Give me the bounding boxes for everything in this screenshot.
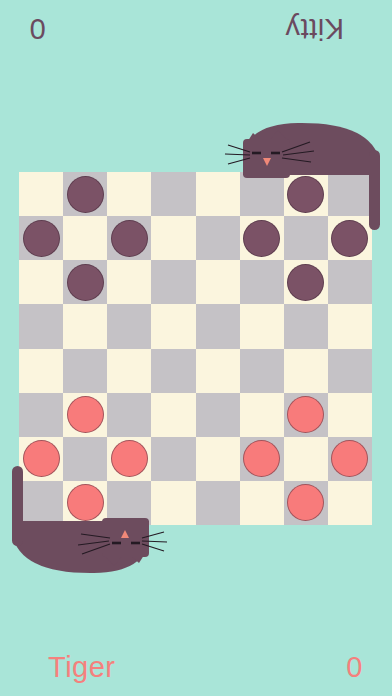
sleeping-cat-bottom — [2, 464, 172, 576]
board-square[interactable] — [107, 172, 151, 216]
board-square[interactable] — [151, 216, 195, 260]
board-square[interactable] — [284, 437, 328, 481]
tiger-piece[interactable] — [243, 440, 280, 477]
board-square[interactable] — [196, 260, 240, 304]
kitty-name: Kitty — [285, 13, 344, 46]
tiger-score: 0 — [346, 651, 363, 684]
board-square[interactable] — [151, 172, 195, 216]
board-square[interactable] — [107, 393, 151, 437]
board-square[interactable] — [151, 260, 195, 304]
tiger-piece[interactable] — [331, 440, 368, 477]
board-square[interactable] — [63, 216, 107, 260]
kitty-piece[interactable] — [23, 220, 60, 257]
board-square[interactable] — [19, 393, 63, 437]
board-square[interactable] — [328, 260, 372, 304]
cat-tail — [369, 150, 380, 230]
board-square[interactable] — [240, 349, 284, 393]
board-square[interactable] — [19, 172, 63, 216]
cat-icon — [2, 464, 172, 576]
board-square[interactable] — [63, 260, 107, 304]
board-square[interactable] — [107, 304, 151, 348]
tiger-piece[interactable] — [287, 396, 324, 433]
board-square[interactable] — [196, 304, 240, 348]
bottom-score-bar: Tiger 0 — [0, 649, 392, 685]
board-square[interactable] — [63, 349, 107, 393]
board-square[interactable] — [19, 304, 63, 348]
board-square[interactable] — [328, 437, 372, 481]
board-square[interactable] — [19, 260, 63, 304]
board-square[interactable] — [284, 304, 328, 348]
kitty-piece[interactable] — [111, 220, 148, 257]
kitty-piece[interactable] — [67, 176, 104, 213]
board-square[interactable] — [328, 393, 372, 437]
board-square[interactable] — [196, 393, 240, 437]
board-square[interactable] — [107, 260, 151, 304]
board-square[interactable] — [63, 304, 107, 348]
kitty-piece[interactable] — [67, 264, 104, 301]
board-square[interactable] — [328, 349, 372, 393]
board-square[interactable] — [328, 304, 372, 348]
board-square[interactable] — [151, 349, 195, 393]
board-square[interactable] — [328, 481, 372, 525]
kitty-score: 0 — [29, 13, 46, 46]
top-score-bar: Kitty 0 — [0, 11, 392, 47]
tiger-name: Tiger — [48, 651, 116, 684]
board-square[interactable] — [107, 216, 151, 260]
kitty-piece[interactable] — [287, 264, 324, 301]
board-square[interactable] — [284, 481, 328, 525]
board-square[interactable] — [240, 393, 284, 437]
tiger-piece[interactable] — [287, 484, 324, 521]
game-screen: Kitty 0 — [0, 0, 392, 696]
board-square[interactable] — [107, 349, 151, 393]
board-square[interactable] — [151, 393, 195, 437]
board-square[interactable] — [240, 304, 284, 348]
board-square[interactable] — [240, 437, 284, 481]
board-square[interactable] — [284, 349, 328, 393]
board-square[interactable] — [196, 349, 240, 393]
sleeping-cat-top — [220, 120, 390, 232]
board-square[interactable] — [240, 260, 284, 304]
cat-tail — [12, 466, 23, 546]
board-square[interactable] — [196, 437, 240, 481]
board-square[interactable] — [19, 349, 63, 393]
board-square[interactable] — [19, 216, 63, 260]
board-square[interactable] — [284, 393, 328, 437]
board-square[interactable] — [284, 260, 328, 304]
board-square[interactable] — [240, 481, 284, 525]
board-square[interactable] — [196, 481, 240, 525]
tiger-piece[interactable] — [67, 396, 104, 433]
board-square[interactable] — [63, 172, 107, 216]
board-square[interactable] — [151, 304, 195, 348]
cat-icon — [220, 120, 390, 232]
board-square[interactable] — [63, 393, 107, 437]
